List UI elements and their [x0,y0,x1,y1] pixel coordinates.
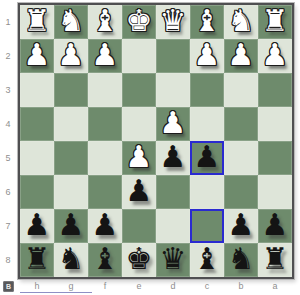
white-pawn-f2[interactable]: ♟ [92,38,119,72]
square-g1[interactable]: ♞ [54,5,88,39]
rank-label-1: 1 [0,5,16,39]
file-label-h: h [20,281,54,291]
square-f5[interactable] [88,141,122,175]
square-a4[interactable] [258,107,292,141]
file-label-b: b [224,281,258,291]
square-g3[interactable] [54,73,88,107]
square-b6[interactable] [224,175,258,209]
white-knight-b1[interactable]: ♞ [228,4,255,38]
square-e1[interactable]: ♚ [122,5,156,39]
square-a5[interactable] [258,141,292,175]
rank-label-6: 6 [0,175,16,209]
square-c8[interactable]: ♝ [190,243,224,277]
white-knight-g1[interactable]: ♞ [58,4,85,38]
file-label-c: c [190,281,224,291]
square-h1[interactable]: ♜ [20,5,54,39]
black-pawn-f7[interactable]: ♟ [92,208,119,242]
white-bishop-c1[interactable]: ♝ [194,4,221,38]
chess-app: 12345678 ♜♞♝♚♛♝♞♜♟♟♟♟♟♟♟♟♟♟♟♟♟♟♟♟♜♞♝♚♛♝♞… [0,0,300,295]
square-b5[interactable] [224,141,258,175]
square-f7[interactable]: ♟ [88,209,122,243]
white-pawn-g2[interactable]: ♟ [58,38,85,72]
black-pawn-e6[interactable]: ♟ [126,174,153,208]
white-queen-d1[interactable]: ♛ [160,4,187,38]
black-bishop-c8[interactable]: ♝ [194,242,221,276]
square-c2[interactable]: ♟ [190,39,224,73]
rank-labels: 12345678 [0,5,16,277]
chess-board: ♜♞♝♚♛♝♞♜♟♟♟♟♟♟♟♟♟♟♟♟♟♟♟♟♜♞♝♚♛♝♞♜ [18,3,294,279]
square-g2[interactable]: ♟ [54,39,88,73]
square-h5[interactable] [20,141,54,175]
square-b2[interactable]: ♟ [224,39,258,73]
square-e7[interactable] [122,209,156,243]
square-g5[interactable] [54,141,88,175]
square-a2[interactable]: ♟ [258,39,292,73]
partial-underline [20,292,92,293]
square-d7[interactable] [156,209,190,243]
square-e8[interactable]: ♚ [122,243,156,277]
square-a1[interactable]: ♜ [258,5,292,39]
black-rook-h8[interactable]: ♜ [24,242,51,276]
square-g6[interactable] [54,175,88,209]
file-label-a: a [258,281,292,291]
square-d5[interactable]: ♟ [156,141,190,175]
square-h6[interactable] [20,175,54,209]
rank-label-7: 7 [0,209,16,243]
square-g7[interactable]: ♟ [54,209,88,243]
file-label-g: g [54,281,88,291]
square-e6[interactable]: ♟ [122,175,156,209]
square-e4[interactable] [122,107,156,141]
white-rook-h1[interactable]: ♜ [24,4,51,38]
square-f2[interactable]: ♟ [88,39,122,73]
square-h2[interactable]: ♟ [20,39,54,73]
square-f4[interactable] [88,107,122,141]
black-knight-g8[interactable]: ♞ [58,242,85,276]
square-g4[interactable] [54,107,88,141]
rank-label-4: 4 [0,107,16,141]
white-bishop-f1[interactable]: ♝ [92,4,119,38]
square-b8[interactable]: ♞ [224,243,258,277]
black-pawn-g7[interactable]: ♟ [58,208,85,242]
square-c3[interactable] [190,73,224,107]
square-a8[interactable]: ♜ [258,243,292,277]
square-d1[interactable]: ♛ [156,5,190,39]
square-f1[interactable]: ♝ [88,5,122,39]
rank-label-3: 3 [0,73,16,107]
black-pawn-b7[interactable]: ♟ [228,208,255,242]
square-c5[interactable]: ♟ [190,141,224,175]
square-c6[interactable] [190,175,224,209]
square-d3[interactable] [156,73,190,107]
white-king-e1[interactable]: ♚ [126,4,153,38]
file-label-e: e [122,281,156,291]
white-pawn-e5[interactable]: ♟ [126,140,153,174]
square-h7[interactable]: ♟ [20,209,54,243]
square-d4[interactable]: ♟ [156,107,190,141]
square-a6[interactable] [258,175,292,209]
rank-label-8: 8 [0,243,16,277]
file-labels: hgfedcba [20,281,292,291]
file-label-d: d [156,281,190,291]
square-e5[interactable]: ♟ [122,141,156,175]
black-queen-d8[interactable]: ♛ [160,242,187,276]
square-d8[interactable]: ♛ [156,243,190,277]
black-knight-b8[interactable]: ♞ [228,242,255,276]
square-b7[interactable]: ♟ [224,209,258,243]
rank-label-2: 2 [0,39,16,73]
side-badge: B [3,281,14,292]
square-e3[interactable] [122,73,156,107]
square-f8[interactable]: ♝ [88,243,122,277]
black-bishop-f8[interactable]: ♝ [92,242,119,276]
file-label-f: f [88,281,122,291]
square-c4[interactable] [190,107,224,141]
square-b4[interactable] [224,107,258,141]
black-rook-a8[interactable]: ♜ [262,242,289,276]
square-h8[interactable]: ♜ [20,243,54,277]
white-pawn-c2[interactable]: ♟ [194,38,221,72]
white-pawn-d4[interactable]: ♟ [160,106,187,140]
black-pawn-c5[interactable]: ♟ [194,140,221,174]
square-f3[interactable] [88,73,122,107]
square-d6[interactable] [156,175,190,209]
square-e2[interactable] [122,39,156,73]
square-f6[interactable] [88,175,122,209]
black-king-e8[interactable]: ♚ [126,242,153,276]
white-pawn-b2[interactable]: ♟ [228,38,255,72]
rank-label-5: 5 [0,141,16,175]
square-g8[interactable]: ♞ [54,243,88,277]
square-d2[interactable] [156,39,190,73]
square-a7[interactable]: ♟ [258,209,292,243]
white-rook-a1[interactable]: ♜ [262,4,289,38]
square-b1[interactable]: ♞ [224,5,258,39]
square-h3[interactable] [20,73,54,107]
black-pawn-a7[interactable]: ♟ [262,208,289,242]
square-h4[interactable] [20,107,54,141]
square-b3[interactable] [224,73,258,107]
black-pawn-d5[interactable]: ♟ [160,140,187,174]
white-pawn-h2[interactable]: ♟ [24,38,51,72]
square-c7[interactable] [190,209,224,243]
white-pawn-a2[interactable]: ♟ [262,38,289,72]
square-c1[interactable]: ♝ [190,5,224,39]
square-a3[interactable] [258,73,292,107]
black-pawn-h7[interactable]: ♟ [24,208,51,242]
